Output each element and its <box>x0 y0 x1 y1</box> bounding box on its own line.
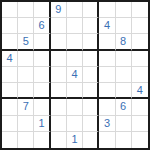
cell-r8c9[interactable] <box>132 116 148 132</box>
cell-r4c6[interactable] <box>83 51 99 67</box>
cell-r3c7[interactable] <box>99 34 115 50</box>
given-digit: 4 <box>104 20 110 31</box>
cell-r9c6[interactable] <box>83 132 99 148</box>
cell-r7c7[interactable] <box>99 99 115 115</box>
cell-r1c7[interactable] <box>99 2 115 18</box>
cell-r2c8[interactable] <box>116 18 132 34</box>
cell-r9c7[interactable] <box>99 132 115 148</box>
cell-r1c3[interactable] <box>34 2 50 18</box>
cell-r3c9[interactable] <box>132 34 148 50</box>
cell-r6c9[interactable]: 4 <box>132 83 148 99</box>
cell-r3c6[interactable] <box>83 34 99 50</box>
cell-r7c3[interactable] <box>34 99 50 115</box>
given-digit: 8 <box>120 36 126 47</box>
cell-r4c7[interactable] <box>99 51 115 67</box>
given-digit: 5 <box>23 36 29 47</box>
given-digit: 6 <box>38 20 44 31</box>
cell-r6c5[interactable] <box>67 83 83 99</box>
cell-r6c8[interactable] <box>116 83 132 99</box>
cell-r3c5[interactable] <box>67 34 83 50</box>
cell-r4c1[interactable]: 4 <box>2 51 18 67</box>
given-digit: 4 <box>7 53 13 64</box>
cell-r6c1[interactable] <box>2 83 18 99</box>
cell-r9c5[interactable]: 1 <box>67 132 83 148</box>
cell-r9c1[interactable] <box>2 132 18 148</box>
cell-r9c3[interactable] <box>34 132 50 148</box>
given-digit: 6 <box>120 101 126 112</box>
cell-r6c3[interactable] <box>34 83 50 99</box>
cell-r3c8[interactable]: 8 <box>116 34 132 50</box>
cell-r5c8[interactable] <box>116 67 132 83</box>
cell-r8c4[interactable] <box>51 116 67 132</box>
cell-r6c7[interactable] <box>99 83 115 99</box>
cell-r1c5[interactable] <box>67 2 83 18</box>
cell-r7c4[interactable] <box>51 99 67 115</box>
cell-r5c4[interactable] <box>51 67 67 83</box>
cell-r5c7[interactable] <box>99 67 115 83</box>
given-digit: 7 <box>23 101 29 112</box>
cell-r2c7[interactable]: 4 <box>99 18 115 34</box>
cell-r5c9[interactable] <box>132 67 148 83</box>
cell-r1c8[interactable] <box>116 2 132 18</box>
cell-r7c6[interactable] <box>83 99 99 115</box>
cell-r6c4[interactable] <box>51 83 67 99</box>
cell-r7c9[interactable] <box>132 99 148 115</box>
cell-r8c3[interactable]: 1 <box>34 116 50 132</box>
cell-r5c5[interactable]: 4 <box>67 67 83 83</box>
cell-r3c2[interactable]: 5 <box>18 34 34 50</box>
cell-r2c3[interactable]: 6 <box>34 18 50 34</box>
cell-r8c8[interactable] <box>116 116 132 132</box>
given-digit: 4 <box>71 69 77 80</box>
cell-r2c6[interactable] <box>83 18 99 34</box>
cell-r8c6[interactable] <box>83 116 99 132</box>
given-digit: 1 <box>71 134 77 145</box>
cell-r2c1[interactable] <box>2 18 18 34</box>
cell-r4c8[interactable] <box>116 51 132 67</box>
cell-r3c1[interactable] <box>2 34 18 50</box>
cell-r9c2[interactable] <box>18 132 34 148</box>
given-digit: 9 <box>55 4 61 15</box>
cell-r7c1[interactable] <box>2 99 18 115</box>
cell-r5c1[interactable] <box>2 67 18 83</box>
cell-r8c2[interactable] <box>18 116 34 132</box>
cell-r9c9[interactable] <box>132 132 148 148</box>
cell-r7c5[interactable] <box>67 99 83 115</box>
cell-r2c4[interactable] <box>51 18 67 34</box>
cell-r8c1[interactable] <box>2 116 18 132</box>
cell-r8c7[interactable]: 3 <box>99 116 115 132</box>
cell-r8c5[interactable] <box>67 116 83 132</box>
cell-r9c4[interactable] <box>51 132 67 148</box>
cell-r5c2[interactable] <box>18 67 34 83</box>
cell-r1c6[interactable] <box>83 2 99 18</box>
given-digit: 4 <box>137 85 143 96</box>
cell-r1c4[interactable]: 9 <box>51 2 67 18</box>
given-digit: 1 <box>38 118 44 129</box>
cell-r4c2[interactable] <box>18 51 34 67</box>
sudoku-board: 9645844476131 <box>0 0 150 150</box>
cell-r7c2[interactable]: 7 <box>18 99 34 115</box>
cell-r2c9[interactable] <box>132 18 148 34</box>
cell-r6c2[interactable] <box>18 83 34 99</box>
cell-r5c3[interactable] <box>34 67 50 83</box>
cell-r1c9[interactable] <box>132 2 148 18</box>
cell-r1c1[interactable] <box>2 2 18 18</box>
cell-r9c8[interactable] <box>116 132 132 148</box>
cell-r7c8[interactable]: 6 <box>116 99 132 115</box>
cell-r2c5[interactable] <box>67 18 83 34</box>
cell-r3c3[interactable] <box>34 34 50 50</box>
cell-r5c6[interactable] <box>83 67 99 83</box>
cell-r6c6[interactable] <box>83 83 99 99</box>
cell-r4c3[interactable] <box>34 51 50 67</box>
given-digit: 3 <box>104 118 110 129</box>
cell-r1c2[interactable] <box>18 2 34 18</box>
cell-r4c5[interactable] <box>67 51 83 67</box>
cell-r3c4[interactable] <box>51 34 67 50</box>
cell-r2c2[interactable] <box>18 18 34 34</box>
cell-r4c9[interactable] <box>132 51 148 67</box>
cell-r4c4[interactable] <box>51 51 67 67</box>
